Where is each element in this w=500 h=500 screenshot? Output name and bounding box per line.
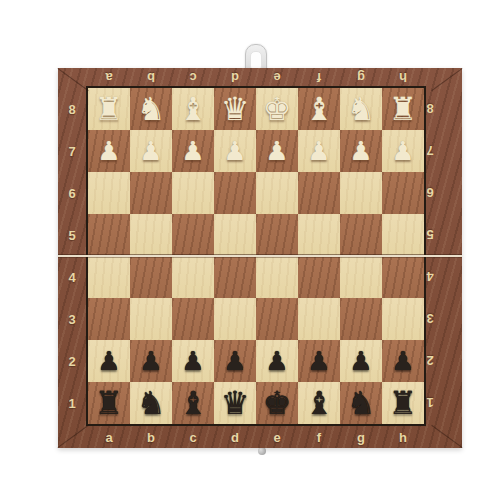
square-g8[interactable]: ♞	[340, 88, 382, 130]
square-b3[interactable]	[130, 298, 172, 340]
rank-label-right-7: 7	[412, 130, 448, 172]
square-f7[interactable]: ♟	[298, 130, 340, 172]
square-a4[interactable]	[88, 256, 130, 298]
rank-label-left-7: 7	[58, 130, 86, 172]
square-d3[interactable]	[214, 298, 256, 340]
square-e6[interactable]	[256, 172, 298, 214]
black-queen[interactable]: ♛	[221, 387, 250, 419]
black-pawn[interactable]: ♟	[349, 348, 372, 374]
square-d5[interactable]	[214, 214, 256, 256]
white-pawn[interactable]: ♟	[349, 138, 372, 164]
square-a1[interactable]: ♜	[88, 382, 130, 424]
file-label-top-g: g	[340, 68, 382, 87]
white-king[interactable]: ♚	[263, 93, 292, 125]
square-e1[interactable]: ♚	[256, 382, 298, 424]
square-c8[interactable]: ♝	[172, 88, 214, 130]
square-a6[interactable]	[88, 172, 130, 214]
white-bishop[interactable]: ♝	[179, 93, 208, 125]
black-pawn[interactable]: ♟	[97, 348, 120, 374]
rank-label-left-3: 3	[58, 298, 86, 340]
square-b4[interactable]	[130, 256, 172, 298]
square-b1[interactable]: ♞	[130, 382, 172, 424]
frame-miter-bottom-right	[431, 425, 462, 448]
file-label-top-a: a	[88, 68, 130, 87]
rank-label-left-8: 8	[58, 88, 86, 130]
square-e4[interactable]	[256, 256, 298, 298]
file-label-bottom-g: g	[340, 426, 382, 448]
white-knight[interactable]: ♞	[137, 93, 166, 125]
black-bishop[interactable]: ♝	[179, 387, 208, 419]
square-d6[interactable]	[214, 172, 256, 214]
file-label-top-d: d	[214, 68, 256, 87]
file-label-bottom-c: c	[172, 426, 214, 448]
square-g4[interactable]	[340, 256, 382, 298]
black-pawn[interactable]: ♟	[265, 348, 288, 374]
frame-miter-bottom-left	[57, 425, 88, 448]
white-pawn[interactable]: ♟	[307, 138, 330, 164]
rank-label-right-8: 8	[412, 88, 448, 130]
white-knight[interactable]: ♞	[347, 93, 376, 125]
square-f5[interactable]	[298, 214, 340, 256]
black-bishop[interactable]: ♝	[305, 387, 334, 419]
rank-label-right-4: 4	[412, 256, 448, 298]
file-labels-top: abcdefgh	[88, 68, 424, 87]
hinge-pin-icon	[258, 447, 266, 455]
square-c6[interactable]	[172, 172, 214, 214]
rank-label-right-6: 6	[412, 172, 448, 214]
square-g3[interactable]	[340, 298, 382, 340]
square-a5[interactable]	[88, 214, 130, 256]
square-g1[interactable]: ♞	[340, 382, 382, 424]
file-label-top-h: h	[382, 68, 424, 87]
square-c7[interactable]: ♟	[172, 130, 214, 172]
file-label-bottom-b: b	[130, 426, 172, 448]
black-pawn[interactable]: ♟	[223, 348, 246, 374]
rank-label-left-2: 2	[58, 340, 86, 382]
square-b2[interactable]: ♟	[130, 340, 172, 382]
file-label-top-b: b	[130, 68, 172, 87]
square-e7[interactable]: ♟	[256, 130, 298, 172]
rank-label-right-3: 3	[412, 298, 448, 340]
square-d1[interactable]: ♛	[214, 382, 256, 424]
rank-label-right-1: 1	[412, 382, 448, 424]
square-e2[interactable]: ♟	[256, 340, 298, 382]
chess-set-photo: abcdefgh abcdefgh 87654321 87654321 ♜♞♝♛…	[0, 0, 500, 500]
rank-label-left-1: 1	[58, 382, 86, 424]
white-rook[interactable]: ♜	[95, 93, 124, 125]
square-d4[interactable]	[214, 256, 256, 298]
rank-label-left-5: 5	[58, 214, 86, 256]
white-pawn[interactable]: ♟	[139, 138, 162, 164]
file-label-bottom-a: a	[88, 426, 130, 448]
square-f2[interactable]: ♟	[298, 340, 340, 382]
square-g2[interactable]: ♟	[340, 340, 382, 382]
fold-line	[58, 254, 462, 258]
square-a2[interactable]: ♟	[88, 340, 130, 382]
square-a3[interactable]	[88, 298, 130, 340]
white-pawn[interactable]: ♟	[223, 138, 246, 164]
file-label-top-f: f	[298, 68, 340, 87]
square-f4[interactable]	[298, 256, 340, 298]
square-c3[interactable]	[172, 298, 214, 340]
square-f3[interactable]	[298, 298, 340, 340]
square-b5[interactable]	[130, 214, 172, 256]
rank-label-right-2: 2	[412, 340, 448, 382]
square-g7[interactable]: ♟	[340, 130, 382, 172]
white-bishop[interactable]: ♝	[305, 93, 334, 125]
square-g6[interactable]	[340, 172, 382, 214]
white-pawn[interactable]: ♟	[265, 138, 288, 164]
square-b7[interactable]: ♟	[130, 130, 172, 172]
square-b6[interactable]	[130, 172, 172, 214]
square-c5[interactable]	[172, 214, 214, 256]
file-label-top-c: c	[172, 68, 214, 87]
file-label-bottom-e: e	[256, 426, 298, 448]
square-f6[interactable]	[298, 172, 340, 214]
square-d8[interactable]: ♛	[214, 88, 256, 130]
square-f8[interactable]: ♝	[298, 88, 340, 130]
black-rook[interactable]: ♜	[95, 387, 124, 419]
rank-label-left-6: 6	[58, 172, 86, 214]
square-f1[interactable]: ♝	[298, 382, 340, 424]
white-pawn[interactable]: ♟	[97, 138, 120, 164]
square-c4[interactable]	[172, 256, 214, 298]
square-e8[interactable]: ♚	[256, 88, 298, 130]
square-c2[interactable]: ♟	[172, 340, 214, 382]
black-knight[interactable]: ♞	[137, 387, 166, 419]
black-king[interactable]: ♚	[263, 387, 292, 419]
square-d2[interactable]: ♟	[214, 340, 256, 382]
square-a7[interactable]: ♟	[88, 130, 130, 172]
square-g5[interactable]	[340, 214, 382, 256]
file-label-bottom-f: f	[298, 426, 340, 448]
black-pawn[interactable]: ♟	[181, 348, 204, 374]
square-e3[interactable]	[256, 298, 298, 340]
file-label-bottom-d: d	[214, 426, 256, 448]
square-b8[interactable]: ♞	[130, 88, 172, 130]
white-queen[interactable]: ♛	[221, 93, 250, 125]
square-c1[interactable]: ♝	[172, 382, 214, 424]
chess-board: abcdefgh abcdefgh 87654321 87654321 ♜♞♝♛…	[58, 68, 462, 448]
file-label-top-e: e	[256, 68, 298, 87]
white-pawn[interactable]: ♟	[181, 138, 204, 164]
file-labels-bottom: abcdefgh	[88, 426, 424, 448]
rank-label-right-5: 5	[412, 214, 448, 256]
file-label-bottom-h: h	[382, 426, 424, 448]
square-a8[interactable]: ♜	[88, 88, 130, 130]
rank-label-left-4: 4	[58, 256, 86, 298]
black-pawn[interactable]: ♟	[307, 348, 330, 374]
black-pawn[interactable]: ♟	[139, 348, 162, 374]
square-e5[interactable]	[256, 214, 298, 256]
black-knight[interactable]: ♞	[347, 387, 376, 419]
square-d7[interactable]: ♟	[214, 130, 256, 172]
